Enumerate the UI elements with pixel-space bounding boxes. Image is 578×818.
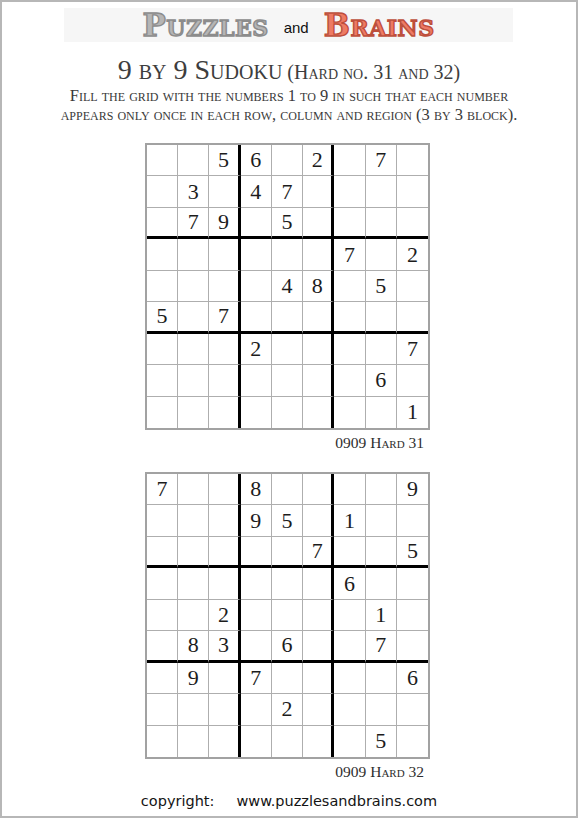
sudoku-cell-r4c9-given: 2 — [397, 239, 428, 270]
sudoku-cell-r1c2-empty[interactable] — [178, 474, 209, 505]
sudoku-cell-r1c5-empty[interactable] — [272, 474, 303, 505]
sudoku-cell-r5c4-empty[interactable] — [241, 600, 272, 631]
sudoku-cell-r2c1-empty[interactable] — [147, 176, 178, 207]
instructions-line-1: Fill the grid with the numbers 1 to 9 in… — [2, 86, 576, 105]
sudoku-cell-r6c6-empty[interactable] — [303, 631, 334, 662]
sudoku-cell-r7c1-empty[interactable] — [147, 663, 178, 694]
sudoku-cell-r9c3-empty[interactable] — [209, 726, 240, 757]
sudoku-cell-r5c2-empty[interactable] — [178, 600, 209, 631]
sudoku-cell-r6c3-given: 7 — [209, 302, 240, 333]
sudoku-cell-r9c7-empty[interactable] — [334, 726, 365, 757]
sudoku-cell-r7c6-empty[interactable] — [303, 334, 334, 365]
sudoku-cell-r4c8-empty[interactable] — [366, 239, 397, 270]
sudoku-cell-r5c4-empty[interactable] — [241, 271, 272, 302]
page: Puzzles and Brains 9 by 9 Sudoku (Hard n… — [0, 0, 578, 818]
sudoku-cell-r9c6-empty[interactable] — [303, 726, 334, 757]
instructions-line-2: appears only once in each row, column an… — [2, 105, 576, 124]
sudoku-cell-r2c2-given: 3 — [178, 176, 209, 207]
sudoku-cell-r3c1-empty[interactable] — [147, 208, 178, 239]
sudoku-cell-r7c8-empty[interactable] — [366, 334, 397, 365]
sudoku-cell-r4c7-given: 7 — [334, 239, 365, 270]
sudoku-cell-r1c7-empty[interactable] — [334, 145, 365, 176]
sudoku-cell-r3c8-empty[interactable] — [366, 208, 397, 239]
sudoku-cell-r1c2-empty[interactable] — [178, 145, 209, 176]
sudoku-cell-r4c7-given: 6 — [334, 568, 365, 599]
sudoku-cell-r7c8-empty[interactable] — [366, 663, 397, 694]
sudoku-cell-r4c6-empty[interactable] — [303, 239, 334, 270]
sudoku-cell-r7c2-empty[interactable] — [178, 334, 209, 365]
sudoku-cell-r5c6-empty[interactable] — [303, 600, 334, 631]
sudoku-cell-r1c6-given: 2 — [303, 145, 334, 176]
sudoku-cell-r7c7-empty[interactable] — [334, 334, 365, 365]
puzzle-caption-hard-31: 0909 Hard 31 — [145, 434, 430, 452]
sudoku-cell-r3c7-empty[interactable] — [334, 208, 365, 239]
sudoku-cell-r3c6-given: 7 — [303, 537, 334, 568]
sudoku-cell-r3c3-given: 9 — [209, 208, 240, 239]
sudoku-cell-r4c6-empty[interactable] — [303, 568, 334, 599]
sudoku-cell-r4c5-empty[interactable] — [272, 239, 303, 270]
sudoku-cell-r1c7-empty[interactable] — [334, 474, 365, 505]
sudoku-cell-r6c7-empty[interactable] — [334, 631, 365, 662]
sudoku-cell-r4c2-empty[interactable] — [178, 239, 209, 270]
sudoku-cell-r7c4-given: 2 — [241, 334, 272, 365]
sudoku-cell-r5c2-empty[interactable] — [178, 271, 209, 302]
sudoku-cell-r4c8-empty[interactable] — [366, 568, 397, 599]
sudoku-cell-r8c5-empty[interactable] — [272, 365, 303, 396]
sudoku-cell-r1c3-empty[interactable] — [209, 474, 240, 505]
sudoku-cell-r6c2-given: 8 — [178, 631, 209, 662]
sudoku-cell-r6c4-empty[interactable] — [241, 631, 272, 662]
logo-puzzles-text: Puzzles — [142, 10, 268, 41]
sudoku-cell-r8c1-empty[interactable] — [147, 365, 178, 396]
sudoku-cell-r7c4-given: 7 — [241, 663, 272, 694]
sudoku-cell-r9c4-empty[interactable] — [241, 726, 272, 757]
sudoku-cell-r3c9-empty[interactable] — [397, 208, 428, 239]
sudoku-cell-r3c5-given: 5 — [272, 208, 303, 239]
sudoku-cell-r3c6-empty[interactable] — [303, 208, 334, 239]
sudoku-cell-r5c3-empty[interactable] — [209, 271, 240, 302]
sudoku-cell-r3c2-empty[interactable] — [178, 537, 209, 568]
sudoku-cell-r1c6-empty[interactable] — [303, 474, 334, 505]
sudoku-cell-r5c9-empty[interactable] — [397, 271, 428, 302]
sudoku-cell-r8c8-given: 6 — [366, 365, 397, 396]
sudoku-cell-r9c9-given: 1 — [397, 397, 428, 428]
sudoku-cell-r2c6-empty[interactable] — [303, 505, 334, 536]
sudoku-cell-r7c5-empty[interactable] — [272, 334, 303, 365]
sudoku-cell-r2c2-empty[interactable] — [178, 505, 209, 536]
sudoku-cell-r6c1-empty[interactable] — [147, 631, 178, 662]
sudoku-cell-r2c3-empty[interactable] — [209, 176, 240, 207]
sudoku-cell-r3c1-empty[interactable] — [147, 537, 178, 568]
sudoku-cell-r6c9-empty[interactable] — [397, 302, 428, 333]
sudoku-cell-r3c5-empty[interactable] — [272, 537, 303, 568]
sudoku-cell-r8c1-empty[interactable] — [147, 694, 178, 725]
sudoku-cell-r6c7-empty[interactable] — [334, 302, 365, 333]
sudoku-cell-r6c5-given: 6 — [272, 631, 303, 662]
sudoku-cell-r5c8-given: 1 — [366, 600, 397, 631]
sudoku-cell-r7c6-empty[interactable] — [303, 663, 334, 694]
sudoku-cell-r4c2-empty[interactable] — [178, 568, 209, 599]
sudoku-cell-r5c6-given: 8 — [303, 271, 334, 302]
logo-banner: Puzzles and Brains — [64, 8, 513, 42]
sudoku-cell-r8c8-empty[interactable] — [366, 694, 397, 725]
sudoku-cell-r7c3-empty[interactable] — [209, 334, 240, 365]
sudoku-cell-r4c9-empty[interactable] — [397, 568, 428, 599]
sudoku-cell-r5c3-given: 2 — [209, 600, 240, 631]
sudoku-cell-r4c1-empty[interactable] — [147, 568, 178, 599]
sudoku-cell-r8c3-empty[interactable] — [209, 365, 240, 396]
sudoku-cell-r9c2-empty[interactable] — [178, 726, 209, 757]
sudoku-cell-r1c8-empty[interactable] — [366, 474, 397, 505]
sudoku-grid-hard-31: 562734779572485572761 — [145, 143, 430, 430]
sudoku-cell-r9c8-given: 5 — [366, 726, 397, 757]
sudoku-cell-r2c9-empty[interactable] — [397, 505, 428, 536]
sudoku-cell-r8c3-empty[interactable] — [209, 694, 240, 725]
sudoku-cell-r1c5-empty[interactable] — [272, 145, 303, 176]
sudoku-cell-r2c5-given: 5 — [272, 505, 303, 536]
sudoku-cell-r4c1-empty[interactable] — [147, 239, 178, 270]
sudoku-cell-r3c3-empty[interactable] — [209, 537, 240, 568]
sudoku-cell-r3c9-given: 5 — [397, 537, 428, 568]
sudoku-cell-r2c7-given: 1 — [334, 505, 365, 536]
sudoku-cell-r6c1-given: 5 — [147, 302, 178, 333]
logo-and-text: and — [284, 19, 309, 36]
sudoku-cell-r5c8-given: 5 — [366, 271, 397, 302]
sudoku-cell-r8c4-empty[interactable] — [241, 365, 272, 396]
sudoku-grid-hard-32: 78995175621836797625 — [145, 472, 430, 759]
sudoku-cell-r8c6-empty[interactable] — [303, 694, 334, 725]
sudoku-cell-r9c3-empty[interactable] — [209, 397, 240, 428]
sudoku-cell-r7c7-empty[interactable] — [334, 663, 365, 694]
sudoku-cell-r9c5-empty[interactable] — [272, 726, 303, 757]
footer: copyright:www.puzzlesandbrains.com — [2, 793, 576, 809]
sudoku-cell-r2c9-empty[interactable] — [397, 176, 428, 207]
sudoku-cell-r7c9-given: 6 — [397, 663, 428, 694]
sudoku-cell-r1c9-given: 9 — [397, 474, 428, 505]
sudoku-cell-r9c1-empty[interactable] — [147, 726, 178, 757]
sudoku-cell-r9c9-empty[interactable] — [397, 726, 428, 757]
sudoku-cell-r1c3-given: 5 — [209, 145, 240, 176]
sudoku-cell-r1c8-given: 7 — [366, 145, 397, 176]
sudoku-cell-r7c9-given: 7 — [397, 334, 428, 365]
sudoku-cell-r8c7-empty[interactable] — [334, 694, 365, 725]
page-title: 9 by 9 Sudoku (Hard no. 31 and 32) — [2, 54, 576, 86]
sudoku-cell-r2c8-empty[interactable] — [366, 505, 397, 536]
page-title-main: 9 by 9 Sudoku — [118, 54, 283, 85]
sudoku-cell-r1c1-given: 7 — [147, 474, 178, 505]
sudoku-cell-r2c4-given: 9 — [241, 505, 272, 536]
logo-brains-text: Brains — [324, 10, 435, 41]
sudoku-cell-r2c3-empty[interactable] — [209, 505, 240, 536]
sudoku-cell-r8c2-empty[interactable] — [178, 365, 209, 396]
sudoku-cell-r6c9-empty[interactable] — [397, 631, 428, 662]
sudoku-cell-r3c8-empty[interactable] — [366, 537, 397, 568]
sudoku-cell-r9c4-empty[interactable] — [241, 397, 272, 428]
sudoku-cell-r9c7-empty[interactable] — [334, 397, 365, 428]
sudoku-cell-r3c2-given: 7 — [178, 208, 209, 239]
sudoku-cell-r2c6-empty[interactable] — [303, 176, 334, 207]
sudoku-cell-r8c2-empty[interactable] — [178, 694, 209, 725]
sudoku-cell-r5c5-empty[interactable] — [272, 600, 303, 631]
sudoku-cell-r6c6-empty[interactable] — [303, 302, 334, 333]
sudoku-cell-r4c4-empty[interactable] — [241, 568, 272, 599]
sudoku-cell-r3c4-empty[interactable] — [241, 537, 272, 568]
copyright-label: copyright: — [141, 793, 215, 809]
sudoku-cell-r2c5-given: 7 — [272, 176, 303, 207]
sudoku-cell-r2c1-empty[interactable] — [147, 505, 178, 536]
sudoku-cell-r5c7-empty[interactable] — [334, 600, 365, 631]
sudoku-cell-r5c9-empty[interactable] — [397, 600, 428, 631]
sudoku-cell-r6c8-empty[interactable] — [366, 302, 397, 333]
sudoku-cell-r1c4-given: 6 — [241, 145, 272, 176]
puzzle-caption-hard-32: 0909 Hard 32 — [145, 763, 430, 781]
website-link[interactable]: www.puzzlesandbrains.com — [236, 793, 437, 809]
sudoku-cell-r1c9-empty[interactable] — [397, 145, 428, 176]
sudoku-cell-r4c4-empty[interactable] — [241, 239, 272, 270]
sudoku-cell-r9c6-empty[interactable] — [303, 397, 334, 428]
sudoku-cell-r8c4-empty[interactable] — [241, 694, 272, 725]
sudoku-cell-r8c9-empty[interactable] — [397, 365, 428, 396]
sudoku-cell-r4c3-empty[interactable] — [209, 568, 240, 599]
sudoku-cell-r2c4-given: 4 — [241, 176, 272, 207]
sudoku-cell-r5c1-empty[interactable] — [147, 600, 178, 631]
sudoku-cell-r7c1-empty[interactable] — [147, 334, 178, 365]
sudoku-cell-r8c6-empty[interactable] — [303, 365, 334, 396]
sudoku-cell-r2c7-empty[interactable] — [334, 176, 365, 207]
sudoku-cell-r7c2-given: 9 — [178, 663, 209, 694]
sudoku-cell-r6c5-empty[interactable] — [272, 302, 303, 333]
sudoku-cell-r6c8-given: 7 — [366, 631, 397, 662]
sudoku-cell-r5c5-given: 4 — [272, 271, 303, 302]
sudoku-cell-r9c8-empty[interactable] — [366, 397, 397, 428]
instructions: Fill the grid with the numbers 1 to 9 in… — [2, 86, 576, 124]
sudoku-cell-r2c8-empty[interactable] — [366, 176, 397, 207]
sudoku-cell-r5c7-empty[interactable] — [334, 271, 365, 302]
page-title-sub: (Hard no. 31 and 32) — [282, 61, 460, 83]
sudoku-cell-r8c7-empty[interactable] — [334, 365, 365, 396]
sudoku-cell-r7c3-empty[interactable] — [209, 663, 240, 694]
sudoku-cell-r5c1-empty[interactable] — [147, 271, 178, 302]
sudoku-cell-r1c1-empty[interactable] — [147, 145, 178, 176]
sudoku-cell-r6c4-empty[interactable] — [241, 302, 272, 333]
sudoku-cell-r6c2-empty[interactable] — [178, 302, 209, 333]
sudoku-cell-r9c2-empty[interactable] — [178, 397, 209, 428]
sudoku-cell-r1c4-given: 8 — [241, 474, 272, 505]
sudoku-cell-r3c4-empty[interactable] — [241, 208, 272, 239]
sudoku-cell-r4c3-empty[interactable] — [209, 239, 240, 270]
sudoku-cell-r6c3-given: 3 — [209, 631, 240, 662]
sudoku-cell-r7c5-empty[interactable] — [272, 663, 303, 694]
sudoku-cell-r9c1-empty[interactable] — [147, 397, 178, 428]
sudoku-cell-r8c9-empty[interactable] — [397, 694, 428, 725]
sudoku-cell-r3c7-empty[interactable] — [334, 537, 365, 568]
sudoku-cell-r9c5-empty[interactable] — [272, 397, 303, 428]
sudoku-cell-r8c5-given: 2 — [272, 694, 303, 725]
sudoku-cell-r4c5-empty[interactable] — [272, 568, 303, 599]
